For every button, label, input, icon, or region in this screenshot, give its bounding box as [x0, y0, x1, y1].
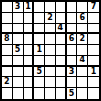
cell-r6c8[interactable]: 4: [77, 56, 88, 67]
cell-r1c3[interactable]: 1: [24, 2, 35, 13]
cell-r3c2[interactable]: [13, 24, 24, 35]
cell-r1c9[interactable]: 7: [88, 2, 99, 13]
cell-r7c9[interactable]: 1: [88, 67, 99, 78]
cell-r8c3[interactable]: [24, 77, 35, 88]
cell-r2c6[interactable]: [56, 13, 67, 24]
cell-r3c9[interactable]: [88, 24, 99, 35]
cell-r9c1[interactable]: [2, 88, 13, 99]
cell-r8c8[interactable]: [77, 77, 88, 88]
cell-r8c4[interactable]: [34, 77, 45, 88]
cell-r9c7[interactable]: 5: [67, 88, 78, 99]
cell-r3c7[interactable]: [67, 24, 78, 35]
cell-r2c7[interactable]: [67, 13, 78, 24]
cell-r6c3[interactable]: [24, 56, 35, 67]
cell-r4c5[interactable]: [45, 34, 56, 45]
cell-r9c5[interactable]: [45, 88, 56, 99]
cell-r5c3[interactable]: [24, 45, 35, 56]
cell-r1c8[interactable]: [77, 2, 88, 13]
cell-r2c8[interactable]: 6: [77, 13, 88, 24]
cell-r5c2[interactable]: 5: [13, 45, 24, 56]
cell-r5c5[interactable]: [45, 45, 56, 56]
cell-r7c5[interactable]: [45, 67, 56, 78]
cell-r1c5[interactable]: [45, 2, 56, 13]
cell-r5c9[interactable]: [88, 45, 99, 56]
cell-r9c3[interactable]: [24, 88, 35, 99]
cell-r8c6[interactable]: [56, 77, 67, 88]
cell-r3c4[interactable]: [34, 24, 45, 35]
cell-r6c4[interactable]: [34, 56, 45, 67]
cell-r6c7[interactable]: [67, 56, 78, 67]
cell-r7c2[interactable]: [13, 67, 24, 78]
cell-r3c8[interactable]: [77, 24, 88, 35]
cell-r7c8[interactable]: [77, 67, 88, 78]
cell-r5c6[interactable]: [56, 45, 67, 56]
cell-r9c2[interactable]: [13, 88, 24, 99]
cell-r9c8[interactable]: [77, 88, 88, 99]
cell-r5c8[interactable]: [77, 45, 88, 56]
cell-r1c6[interactable]: [56, 2, 67, 13]
cell-r6c5[interactable]: [45, 56, 56, 67]
cell-r3c3[interactable]: [24, 24, 35, 35]
cell-r1c2[interactable]: 3: [13, 2, 24, 13]
cell-r7c1[interactable]: [2, 67, 13, 78]
cell-r2c4[interactable]: [34, 13, 45, 24]
cell-r4c7[interactable]: 6: [67, 34, 78, 45]
cell-r5c7[interactable]: [67, 45, 78, 56]
cell-r2c1[interactable]: [2, 13, 13, 24]
cell-r2c9[interactable]: [88, 13, 99, 24]
cell-r5c4[interactable]: 1: [34, 45, 45, 56]
sudoku-board: 31726486251453125: [0, 0, 101, 101]
cell-r7c4[interactable]: 5: [34, 67, 45, 78]
cell-r9c6[interactable]: [56, 88, 67, 99]
cell-r3c5[interactable]: [45, 24, 56, 35]
cell-r7c6[interactable]: [56, 67, 67, 78]
cell-r2c5[interactable]: 2: [45, 13, 56, 24]
cell-r1c7[interactable]: [67, 2, 78, 13]
cell-r6c2[interactable]: [13, 56, 24, 67]
cell-r3c1[interactable]: [2, 24, 13, 35]
cell-r2c2[interactable]: [13, 13, 24, 24]
cell-r1c1[interactable]: [2, 2, 13, 13]
cell-r4c9[interactable]: [88, 34, 99, 45]
cell-r6c1[interactable]: [2, 56, 13, 67]
cell-r8c1[interactable]: 2: [2, 77, 13, 88]
cell-r4c3[interactable]: [24, 34, 35, 45]
cell-r4c8[interactable]: 2: [77, 34, 88, 45]
cell-r5c1[interactable]: [2, 45, 13, 56]
cell-r7c7[interactable]: 3: [67, 67, 78, 78]
cell-r9c9[interactable]: [88, 88, 99, 99]
cell-r8c7[interactable]: [67, 77, 78, 88]
cell-r3c6[interactable]: 4: [56, 24, 67, 35]
cell-r8c2[interactable]: [13, 77, 24, 88]
cell-r8c5[interactable]: [45, 77, 56, 88]
cell-r6c9[interactable]: [88, 56, 99, 67]
cell-r6c6[interactable]: [56, 56, 67, 67]
cell-r7c3[interactable]: [24, 67, 35, 78]
cell-r9c4[interactable]: [34, 88, 45, 99]
cell-r4c2[interactable]: [13, 34, 24, 45]
cell-r8c9[interactable]: [88, 77, 99, 88]
cell-r4c4[interactable]: [34, 34, 45, 45]
cell-r4c6[interactable]: [56, 34, 67, 45]
cell-r2c3[interactable]: [24, 13, 35, 24]
cell-r1c4[interactable]: [34, 2, 45, 13]
cell-r4c1[interactable]: 8: [2, 34, 13, 45]
